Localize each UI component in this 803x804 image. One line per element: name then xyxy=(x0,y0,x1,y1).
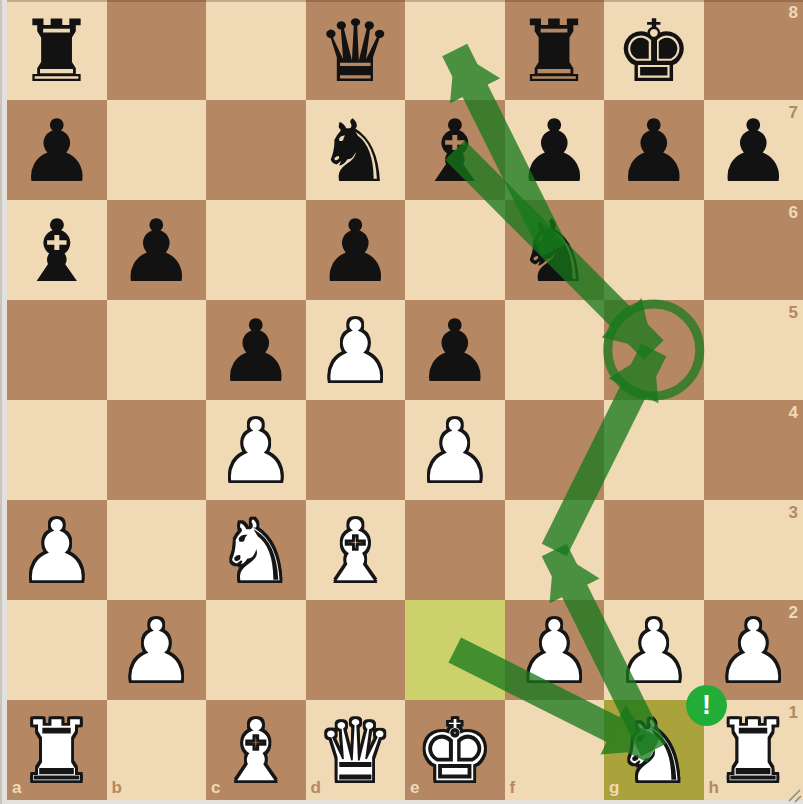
piece-black-q-d8[interactable]: ♛ xyxy=(317,8,394,94)
square-e6[interactable] xyxy=(405,200,505,300)
square-b4[interactable] xyxy=(107,400,207,500)
square-d2[interactable] xyxy=(306,600,406,700)
square-f5[interactable] xyxy=(505,300,605,400)
square-a2[interactable] xyxy=(7,600,107,700)
file-label-f: f xyxy=(510,779,516,796)
square-a1[interactable]: a♜ xyxy=(7,700,107,800)
piece-white-n-c3[interactable]: ♞ xyxy=(217,508,294,594)
rank-label-3: 3 xyxy=(789,504,798,521)
square-f2[interactable]: ♟ xyxy=(505,600,605,700)
square-g7[interactable]: ♟ xyxy=(604,100,704,200)
square-b7[interactable] xyxy=(107,100,207,200)
square-f6[interactable]: ♞ xyxy=(505,200,605,300)
rank-label-8: 8 xyxy=(789,4,798,21)
square-f7[interactable]: ♟ xyxy=(505,100,605,200)
piece-white-n-g1[interactable]: ♞ xyxy=(615,708,692,794)
piece-white-b-d3[interactable]: ♝ xyxy=(317,508,394,594)
square-d4[interactable] xyxy=(306,400,406,500)
square-d3[interactable]: ♝ xyxy=(306,500,406,600)
square-e1[interactable]: e♚ xyxy=(405,700,505,800)
piece-white-p-b2[interactable]: ♟ xyxy=(118,608,195,694)
square-b8[interactable] xyxy=(107,0,207,100)
square-b5[interactable] xyxy=(107,300,207,400)
piece-black-r-a8[interactable]: ♜ xyxy=(18,8,95,94)
square-f3[interactable] xyxy=(505,500,605,600)
piece-white-q-d1[interactable]: ♛ xyxy=(317,708,394,794)
square-e8[interactable] xyxy=(405,0,505,100)
square-d5[interactable]: ♟ xyxy=(306,300,406,400)
piece-white-p-g2[interactable]: ♟ xyxy=(615,608,692,694)
piece-white-p-a3[interactable]: ♟ xyxy=(18,508,95,594)
square-c6[interactable] xyxy=(206,200,306,300)
piece-white-p-e4[interactable]: ♟ xyxy=(416,408,493,494)
piece-white-p-c4[interactable]: ♟ xyxy=(217,408,294,494)
piece-white-b-c1[interactable]: ♝ xyxy=(217,708,294,794)
piece-white-r-a1[interactable]: ♜ xyxy=(18,708,95,794)
square-c2[interactable] xyxy=(206,600,306,700)
piece-black-r-f8[interactable]: ♜ xyxy=(516,8,593,94)
square-g8[interactable]: ♚ xyxy=(604,0,704,100)
square-g5[interactable] xyxy=(604,300,704,400)
square-d1[interactable]: d♛ xyxy=(306,700,406,800)
file-label-b: b xyxy=(112,779,122,796)
square-b3[interactable] xyxy=(107,500,207,600)
square-e4[interactable]: ♟ xyxy=(405,400,505,500)
piece-black-p-c5[interactable]: ♟ xyxy=(217,308,294,394)
square-e2[interactable] xyxy=(405,600,505,700)
square-g2[interactable]: ♟ xyxy=(604,600,704,700)
piece-black-p-b6[interactable]: ♟ xyxy=(118,208,195,294)
square-d6[interactable]: ♟ xyxy=(306,200,406,300)
square-c4[interactable]: ♟ xyxy=(206,400,306,500)
square-h3[interactable]: 3 xyxy=(704,500,803,600)
square-f8[interactable]: ♜ xyxy=(505,0,605,100)
piece-black-b-e7[interactable]: ♝ xyxy=(416,108,493,194)
square-a4[interactable] xyxy=(7,400,107,500)
square-c8[interactable] xyxy=(206,0,306,100)
square-c5[interactable]: ♟ xyxy=(206,300,306,400)
piece-black-p-g7[interactable]: ♟ xyxy=(615,108,692,194)
square-f1[interactable]: f xyxy=(505,700,605,800)
left-edge-divider xyxy=(0,0,2,804)
square-c7[interactable] xyxy=(206,100,306,200)
piece-black-p-f7[interactable]: ♟ xyxy=(516,108,593,194)
rank-label-6: 6 xyxy=(789,204,798,221)
piece-black-p-a7[interactable]: ♟ xyxy=(18,108,95,194)
piece-black-n-f6[interactable]: ♞ xyxy=(516,208,593,294)
piece-black-n-d7[interactable]: ♞ xyxy=(317,108,394,194)
piece-white-p-f2[interactable]: ♟ xyxy=(516,608,593,694)
square-g1[interactable]: g♞ xyxy=(604,700,704,800)
square-h1[interactable]: h1♜ xyxy=(704,700,803,800)
piece-black-p-d6[interactable]: ♟ xyxy=(317,208,394,294)
square-h2[interactable]: 2♟ xyxy=(704,600,803,700)
square-a5[interactable] xyxy=(7,300,107,400)
piece-white-p-d5[interactable]: ♟ xyxy=(317,308,394,394)
square-g3[interactable] xyxy=(604,500,704,600)
square-b6[interactable]: ♟ xyxy=(107,200,207,300)
square-c3[interactable]: ♞ xyxy=(206,500,306,600)
chess-board-page: ♜♛♜♚8♟♞♝♟♟7♟♝♟♟♞6♟♟♟5♟♟4♟♞♝3♟♟♟2♟a♜bc♝d♛… xyxy=(0,0,803,804)
square-e7[interactable]: ♝ xyxy=(405,100,505,200)
piece-white-k-e1[interactable]: ♚ xyxy=(416,708,493,794)
piece-black-b-a6[interactable]: ♝ xyxy=(18,208,95,294)
square-e5[interactable]: ♟ xyxy=(405,300,505,400)
square-h8[interactable]: 8 xyxy=(704,0,803,100)
square-a6[interactable]: ♝ xyxy=(7,200,107,300)
square-a8[interactable]: ♜ xyxy=(7,0,107,100)
square-a7[interactable]: ♟ xyxy=(7,100,107,200)
square-c1[interactable]: c♝ xyxy=(206,700,306,800)
square-a3[interactable]: ♟ xyxy=(7,500,107,600)
square-d7[interactable]: ♞ xyxy=(306,100,406,200)
square-g6[interactable] xyxy=(604,200,704,300)
resize-handle[interactable] xyxy=(786,787,802,803)
square-g4[interactable] xyxy=(604,400,704,500)
square-e3[interactable] xyxy=(405,500,505,600)
piece-black-p-h7[interactable]: ♟ xyxy=(715,108,792,194)
square-h4[interactable]: 4 xyxy=(704,400,803,500)
square-d8[interactable]: ♛ xyxy=(306,0,406,100)
square-h6[interactable]: 6 xyxy=(704,200,803,300)
chess-board[interactable]: ♜♛♜♚8♟♞♝♟♟7♟♝♟♟♞6♟♟♟5♟♟4♟♞♝3♟♟♟2♟a♜bc♝d♛… xyxy=(7,0,803,800)
square-b1[interactable]: b xyxy=(107,700,207,800)
piece-white-r-h1[interactable]: ♜ xyxy=(715,708,792,794)
piece-black-p-e5[interactable]: ♟ xyxy=(416,308,493,394)
square-h5[interactable]: 5 xyxy=(704,300,803,400)
piece-white-p-h2[interactable]: ♟ xyxy=(715,608,792,694)
square-h7[interactable]: 7♟ xyxy=(704,100,803,200)
rank-label-4: 4 xyxy=(789,404,798,421)
rank-label-5: 5 xyxy=(789,304,798,321)
square-f4[interactable] xyxy=(505,400,605,500)
square-b2[interactable]: ♟ xyxy=(107,600,207,700)
piece-black-k-g8[interactable]: ♚ xyxy=(615,8,692,94)
